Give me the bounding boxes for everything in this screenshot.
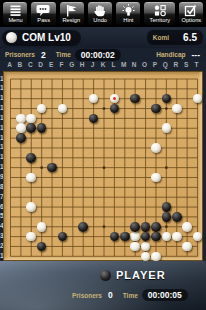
black-stone-H4 — [78, 222, 88, 232]
white-stone-P9 — [151, 173, 161, 183]
opponent-prisoners-value: 2 — [41, 50, 46, 60]
col-label-T: T — [192, 61, 201, 68]
white-stone-P12 — [151, 143, 161, 153]
button-label: Pass — [37, 17, 50, 24]
white-stone-S2 — [182, 242, 192, 252]
white-stone-R16 — [172, 104, 182, 114]
undo-icon — [93, 3, 106, 17]
opponent-info-bar: COM Lv10 Komi 6.5 — [0, 27, 206, 48]
hint-button[interactable]: Hint — [115, 1, 141, 26]
col-label-R: R — [171, 61, 180, 68]
black-stone-Q5 — [162, 212, 172, 222]
black-stone-icon — [100, 270, 111, 281]
hint-icon — [122, 3, 135, 17]
white-stone-S4 — [182, 222, 192, 232]
opponent-time-value: 00:00:02 — [75, 49, 121, 61]
opponent-prisoners-label: Prisoners — [5, 51, 35, 58]
col-label-F: F — [57, 61, 66, 68]
col-label-Q: Q — [161, 61, 170, 68]
black-stone-N4 — [130, 222, 140, 232]
col-label-D: D — [36, 61, 45, 68]
komi-label: Komi — [153, 34, 169, 41]
handicap-label: Handicap — [156, 51, 185, 58]
button-label: Menu — [8, 17, 22, 24]
pass-icon — [36, 3, 50, 17]
white-stone-C15 — [26, 114, 36, 124]
col-label-J: J — [88, 61, 97, 68]
col-label-G: G — [67, 61, 76, 68]
col-label-C: C — [26, 61, 35, 68]
col-label-P: P — [150, 61, 159, 68]
resign-button[interactable]: Resign — [59, 1, 85, 26]
komi-pill: Komi 6.5 — [147, 30, 203, 45]
col-label-B: B — [15, 61, 24, 68]
opponent-time-label: Time — [56, 51, 71, 58]
resign-icon — [65, 3, 78, 17]
options-button[interactable]: Options — [178, 1, 204, 26]
options-icon — [184, 3, 197, 17]
black-stone-C14 — [26, 123, 36, 133]
player-prisoners-value: 0 — [108, 290, 113, 300]
opponent-pill: COM Lv10 — [2, 30, 81, 46]
player-stats: Prisoners 0 Time 00:00:05 — [72, 289, 188, 301]
player-name: PLAYER — [116, 269, 166, 281]
white-stone-N2 — [130, 242, 140, 252]
black-stone-Q6 — [162, 202, 172, 212]
opponent-stats-bar: Prisoners 2 Time 00:00:02 Handicap --- — [0, 48, 206, 61]
toolbar: MenuPassResignUndoHintTerritoryOptions — [0, 0, 206, 27]
col-label-K: K — [99, 61, 108, 68]
player-time-value: 00:00:05 — [142, 289, 188, 301]
button-label: Hint — [123, 17, 133, 24]
opponent-name: COM Lv10 — [22, 32, 71, 43]
handicap-wrap: Handicap --- — [151, 50, 200, 60]
white-stone-P1 — [151, 252, 161, 262]
white-stone-Q14 — [162, 123, 172, 133]
territory-button[interactable]: Territory — [143, 1, 175, 26]
menu-icon — [9, 3, 22, 17]
pass-button[interactable]: Pass — [30, 1, 56, 26]
black-stone-R5 — [172, 212, 182, 222]
col-label-E: E — [47, 61, 56, 68]
go-game-app: MenuPassResignUndoHintTerritoryOptions C… — [0, 0, 206, 310]
col-label-N: N — [130, 61, 139, 68]
player-row: PLAYER — [100, 269, 166, 281]
black-stone-B13 — [16, 133, 26, 143]
white-stone-C6 — [26, 202, 36, 212]
black-stone-O4 — [141, 222, 151, 232]
button-label: Options — [181, 17, 201, 24]
white-stone-icon — [6, 32, 17, 43]
button-label: Resign — [63, 17, 81, 24]
black-stone-M3 — [120, 232, 130, 242]
white-stone-B14 — [16, 123, 26, 133]
white-stone-B15 — [16, 114, 26, 124]
col-label-O: O — [140, 61, 149, 68]
col-label-H: H — [78, 61, 87, 68]
komi-value: 6.5 — [183, 32, 197, 43]
white-stone-D4 — [37, 222, 47, 232]
button-label: Undo — [93, 17, 107, 24]
player-time-label: Time — [123, 292, 138, 299]
black-stone-P16 — [151, 104, 161, 114]
menu-button[interactable]: Menu — [2, 1, 28, 26]
black-stone-P4 — [151, 222, 161, 232]
col-label-M: M — [119, 61, 128, 68]
go-board[interactable] — [3, 71, 203, 261]
col-label-A: A — [5, 61, 14, 68]
undo-button[interactable]: Undo — [87, 1, 113, 26]
player-prisoners-label: Prisoners — [72, 292, 102, 299]
white-stone-R3 — [172, 232, 182, 242]
player-info-bar: PLAYER Prisoners 0 Time 00:00:05 — [0, 261, 206, 310]
handicap-value: --- — [192, 50, 201, 60]
black-stone-P3 — [151, 232, 161, 242]
col-label-L: L — [109, 61, 118, 68]
territory-icon — [153, 3, 167, 17]
button-label: Territory — [149, 17, 170, 24]
last-move-marker — [113, 97, 116, 100]
col-label-S: S — [182, 61, 191, 68]
black-stone-C11 — [26, 153, 36, 163]
board-column-labels: ABCDEFGHJKLMNOPQRST — [0, 61, 206, 70]
